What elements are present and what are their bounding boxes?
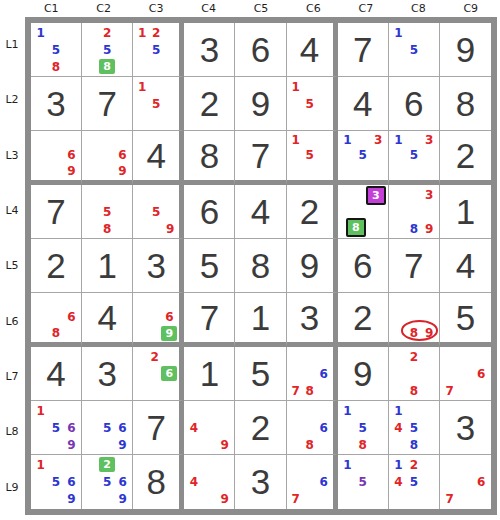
candidate-grid: 89 — [391, 294, 437, 341]
candidate-slot-2 — [303, 402, 317, 419]
column-labels: C1C2C3C4C5C6C7C8C9 — [25, 0, 497, 17]
cell-L3C1[interactable]: 69 — [31, 131, 82, 185]
cell-L7C5[interactable]: 5 — [235, 347, 286, 401]
solved-digit: 3 — [31, 77, 81, 130]
solved-digit: 2 — [184, 77, 234, 130]
candidate-slot-3 — [422, 24, 437, 41]
candidate-6: 6 — [67, 476, 75, 488]
solved-digit: 1 — [235, 293, 285, 342]
cell-L1C2[interactable]: 258 — [82, 23, 133, 77]
cell-L8C4[interactable]: 49 — [184, 401, 235, 455]
cell-L5C2[interactable]: 1 — [82, 239, 133, 293]
cell-L5C7[interactable]: 6 — [338, 239, 389, 293]
cell-L6C6[interactable]: 3 — [287, 293, 338, 347]
candidate-slot-1 — [186, 456, 201, 473]
candidate-slot-3 — [422, 456, 437, 473]
candidate-6: 6 — [67, 311, 75, 323]
candidate-slot-8: 8 — [406, 325, 421, 341]
cell-L6C4[interactable]: 7 — [184, 293, 235, 347]
cell-L7C8[interactable]: 28 — [389, 347, 440, 401]
candidate-slot-7 — [391, 58, 406, 75]
candidate-5: 5 — [152, 206, 160, 218]
cell-L9C1[interactable]: 1569 — [31, 455, 82, 509]
candidate-slot-9: 9 — [217, 491, 232, 508]
candidate-grid: 69 — [135, 294, 177, 341]
cell-L6C8[interactable]: 89 — [389, 293, 440, 347]
candidate-grid: 67 — [442, 348, 489, 399]
cell-L7C3[interactable]: 26 — [133, 347, 184, 401]
cell-L3C3[interactable]: 4 — [133, 131, 184, 185]
candidate-slot-6 — [422, 203, 437, 220]
cell-L4C3[interactable]: 59 — [133, 185, 184, 239]
candidate-slot-7 — [84, 163, 99, 179]
highlighted-candidate-3: 3 — [366, 186, 386, 205]
candidate-slot-9: 9 — [217, 436, 232, 453]
candidate-slot-7 — [186, 436, 201, 453]
candidate-slot-9: 9 — [64, 436, 79, 453]
cell-L6C2[interactable]: 4 — [82, 293, 133, 347]
candidate-slot-6 — [64, 41, 79, 58]
candidate-grid: 68 — [289, 402, 331, 453]
candidate-slot-1 — [186, 402, 201, 419]
candidate-9: 9 — [221, 439, 229, 451]
cell-L8C1[interactable]: 1569 — [31, 401, 82, 455]
candidate-slot-5: 5 — [99, 473, 115, 490]
candidate-slot-2 — [48, 132, 63, 148]
cell-L3C8[interactable]: 135 — [389, 131, 440, 185]
candidate-4: 4 — [190, 476, 198, 488]
solved-digit: 4 — [31, 347, 81, 400]
highlighted-candidate-8: 8 — [346, 218, 366, 237]
candidate-1: 1 — [291, 81, 299, 93]
candidate-grid: 15 — [135, 78, 177, 129]
solved-digit: 9 — [440, 23, 491, 76]
candidate-slot-5 — [303, 419, 317, 436]
candidate-slot-2 — [202, 456, 217, 473]
candidate-slot-1: 1 — [340, 132, 355, 148]
candidate-slot-7 — [391, 325, 406, 341]
candidate-slot-6: 6 — [317, 473, 331, 490]
candidate-slot-3 — [317, 402, 331, 419]
cell-L9C8[interactable]: 1245 — [389, 455, 440, 509]
cell-L3C5[interactable]: 7 — [235, 131, 286, 185]
candidate-slot-2 — [406, 24, 421, 41]
candidate-5: 5 — [103, 422, 111, 434]
cell-L6C3[interactable]: 69 — [133, 293, 184, 347]
cell-L7C2[interactable]: 3 — [82, 347, 133, 401]
cell-L4C8[interactable]: 389 — [389, 185, 440, 239]
candidate-slot-8: 8 — [303, 436, 317, 453]
column-label-C4: C4 — [182, 0, 234, 17]
cell-L9C9[interactable]: 67 — [440, 455, 491, 509]
row-label-L7: L7 — [0, 349, 24, 404]
candidate-2: 2 — [410, 351, 418, 363]
candidate-slot-6 — [163, 41, 177, 58]
cell-L1C5[interactable]: 6 — [235, 23, 286, 77]
candidate-slot-7 — [135, 220, 149, 237]
cell-L9C4[interactable]: 49 — [184, 455, 235, 509]
candidate-slot-8: 8 — [303, 382, 317, 399]
candidate-6: 6 — [477, 368, 485, 380]
cell-L2C3[interactable]: 15 — [133, 77, 184, 131]
candidate-slot-7 — [391, 220, 406, 237]
candidate-slot-6 — [422, 365, 437, 382]
candidate-1: 1 — [394, 27, 402, 39]
cell-L5C9[interactable]: 4 — [440, 239, 491, 293]
candidate-1: 1 — [138, 81, 146, 93]
cell-L6C5[interactable]: 1 — [235, 293, 286, 347]
candidate-slot-2 — [148, 294, 161, 310]
cell-L8C6[interactable]: 68 — [287, 401, 338, 455]
candidate-slot-7: 7 — [442, 491, 458, 508]
candidate-slot-6: 6 — [473, 473, 489, 490]
candidate-7: 7 — [291, 385, 299, 397]
cell-L9C2[interactable]: 2569 — [82, 455, 133, 509]
candidate-slot-5 — [99, 148, 114, 164]
row-label-L1: L1 — [0, 17, 24, 72]
cell-L7C9[interactable]: 67 — [440, 347, 491, 401]
cell-L3C9[interactable]: 2 — [440, 131, 491, 185]
candidate-slot-6 — [317, 95, 331, 112]
candidate-slot-7 — [391, 436, 406, 453]
cell-L3C2[interactable]: 69 — [82, 131, 133, 185]
cell-L4C7[interactable]: 38 — [338, 185, 389, 239]
candidate-slot-3 — [64, 294, 79, 310]
candidate-slot-7 — [340, 491, 355, 508]
cell-L2C9[interactable]: 8 — [440, 77, 491, 131]
candidate-grid: 49 — [186, 456, 232, 508]
column-label-C1: C1 — [25, 0, 77, 17]
solved-digit: 3 — [235, 455, 285, 509]
candidate-slot-8 — [458, 382, 474, 399]
candidate-slot-6 — [163, 203, 177, 220]
candidate-slot-9 — [317, 491, 331, 508]
solved-digit: 9 — [338, 347, 388, 400]
solved-digit: 7 — [389, 239, 439, 292]
candidate-slot-1 — [135, 186, 149, 203]
candidate-grid: 569 — [84, 402, 130, 453]
candidate-slot-9: 9 — [161, 325, 177, 341]
cell-L9C3[interactable]: 8 — [133, 455, 184, 509]
cell-L2C6[interactable]: 15 — [287, 77, 338, 131]
cell-L1C4[interactable]: 3 — [184, 23, 235, 77]
candidate-slot-4 — [33, 473, 48, 490]
candidate-slot-6 — [317, 148, 331, 164]
candidate-8: 8 — [410, 439, 418, 451]
candidate-grid: 67 — [289, 456, 331, 508]
candidate-grid: 38 — [340, 186, 386, 237]
candidate-slot-7: 7 — [289, 491, 303, 508]
candidate-slot-8 — [303, 163, 317, 179]
candidate-grid: 389 — [391, 186, 437, 237]
candidate-2: 2 — [151, 351, 159, 363]
candidate-6: 6 — [477, 476, 485, 488]
candidate-slot-8: 8 — [48, 325, 63, 341]
solved-digit: 7 — [235, 131, 285, 180]
candidate-slot-1: 1 — [289, 132, 303, 148]
candidate-grid: 28 — [391, 348, 437, 399]
candidate-slot-8 — [303, 491, 317, 508]
candidate-slot-9 — [422, 436, 437, 453]
cell-L4C6[interactable]: 2 — [287, 185, 338, 239]
candidate-grid: 158 — [33, 24, 79, 75]
solved-digit: 4 — [338, 77, 388, 130]
cell-L2C5[interactable]: 9 — [235, 77, 286, 131]
candidate-3: 3 — [374, 134, 382, 146]
cell-L4C2[interactable]: 58 — [82, 185, 133, 239]
cell-L1C7[interactable]: 7 — [338, 23, 389, 77]
candidate-slot-9 — [422, 163, 437, 179]
candidate-slot-4 — [33, 310, 48, 326]
cell-L6C1[interactable]: 68 — [31, 293, 82, 347]
candidate-slot-6: 6 — [64, 148, 79, 164]
candidate-8: 8 — [359, 439, 367, 451]
candidate-slot-8 — [458, 491, 474, 508]
candidate-slot-1: 1 — [391, 132, 406, 148]
candidate-slot-5: 5 — [99, 41, 115, 58]
candidate-slot-5 — [406, 310, 421, 326]
cell-L4C1[interactable]: 7 — [31, 185, 82, 239]
candidate-slot-2 — [48, 24, 63, 41]
row-label-L4: L4 — [0, 183, 24, 238]
candidate-slot-1: 1 — [340, 456, 355, 473]
candidate-slot-6 — [422, 148, 437, 164]
candidate-slot-2: 2 — [406, 456, 421, 473]
cell-L7C1[interactable]: 4 — [31, 347, 82, 401]
candidate-5: 5 — [103, 476, 111, 488]
candidate-slot-2 — [458, 348, 474, 365]
candidate-9: 9 — [119, 493, 127, 505]
candidate-6: 6 — [118, 422, 126, 434]
cell-L5C4[interactable]: 5 — [184, 239, 235, 293]
candidate-slot-9: 9 — [163, 220, 177, 237]
candidate-1: 1 — [343, 459, 351, 471]
cell-L8C8[interactable]: 1458 — [389, 401, 440, 455]
candidate-5: 5 — [152, 44, 160, 56]
candidate-slot-7 — [84, 58, 99, 75]
solved-digit: 7 — [184, 293, 234, 342]
candidate-slot-7 — [135, 58, 149, 75]
candidate-slot-1: 1 — [33, 456, 48, 473]
solved-digit: 1 — [184, 347, 234, 400]
candidate-slot-2 — [406, 294, 421, 310]
cell-L9C6[interactable]: 67 — [287, 455, 338, 509]
cell-L7C6[interactable]: 678 — [287, 347, 338, 401]
solved-digit: 8 — [235, 239, 285, 292]
cell-L5C5[interactable]: 8 — [235, 239, 286, 293]
candidate-slot-5: 5 — [406, 41, 421, 58]
candidate-6: 6 — [67, 422, 75, 434]
candidate-slot-1: 1 — [135, 24, 149, 41]
column-label-C8: C8 — [392, 0, 444, 17]
candidate-slot-6 — [217, 473, 232, 490]
candidate-slot-3: 3 — [370, 132, 385, 148]
candidate-slot-8: 8 — [48, 58, 63, 75]
candidate-slot-6: 6 — [115, 419, 130, 436]
candidate-5: 5 — [305, 98, 313, 110]
cell-L2C8[interactable]: 6 — [389, 77, 440, 131]
candidate-slot-2 — [149, 78, 163, 95]
candidate-1: 1 — [394, 405, 402, 417]
cell-L3C6[interactable]: 15 — [287, 131, 338, 185]
candidate-slot-1: 1 — [391, 456, 406, 473]
candidate-slot-6 — [422, 473, 437, 490]
solved-digit: 5 — [184, 239, 234, 292]
cell-L8C9[interactable]: 3 — [440, 401, 491, 455]
candidate-8: 8 — [410, 385, 418, 397]
candidate-slot-8: 8 — [406, 436, 421, 453]
candidate-slot-6: 6 — [115, 148, 130, 164]
cell-L8C5[interactable]: 2 — [235, 401, 286, 455]
candidate-grid: 59 — [135, 186, 177, 237]
row-label-L9: L9 — [0, 460, 24, 515]
cell-L5C8[interactable]: 7 — [389, 239, 440, 293]
candidate-slot-4 — [391, 365, 406, 382]
candidate-slot-9: 9 — [64, 163, 79, 179]
cell-L1C3[interactable]: 125 — [133, 23, 184, 77]
candidate-slot-8 — [48, 163, 63, 179]
candidate-4: 4 — [394, 476, 402, 488]
cell-L3C4[interactable]: 8 — [184, 131, 235, 185]
candidate-slot-1 — [84, 24, 99, 41]
cell-L2C1[interactable]: 3 — [31, 77, 82, 131]
cell-L5C1[interactable]: 2 — [31, 239, 82, 293]
candidate-slot-5 — [303, 365, 317, 382]
cell-L8C7[interactable]: 158 — [338, 401, 389, 455]
candidate-slot-9 — [422, 382, 437, 399]
candidate-slot-5: 5 — [48, 473, 63, 490]
candidate-6: 6 — [119, 476, 127, 488]
candidate-5: 5 — [359, 149, 367, 161]
candidate-slot-4 — [289, 473, 303, 490]
candidate-slot-2 — [48, 294, 63, 310]
cell-L5C3[interactable]: 3 — [133, 239, 184, 293]
highlighted-candidate-6: 6 — [161, 366, 177, 381]
cell-L3C7[interactable]: 135 — [338, 131, 389, 185]
column-label-C6: C6 — [287, 0, 339, 17]
candidate-slot-4 — [84, 473, 99, 490]
candidate-slot-7: 7 — [289, 382, 303, 399]
cell-L2C7[interactable]: 4 — [338, 77, 389, 131]
candidate-slot-4: 4 — [391, 473, 406, 490]
solved-digit: 3 — [82, 347, 132, 400]
candidate-slot-2 — [406, 132, 421, 148]
cell-L6C7[interactable]: 2 — [338, 293, 389, 347]
candidate-slot-6 — [115, 41, 130, 58]
cell-L4C5[interactable]: 4 — [235, 185, 286, 239]
candidate-slot-9 — [64, 325, 79, 341]
candidate-slot-4: 4 — [391, 419, 406, 436]
cell-L9C5[interactable]: 3 — [235, 455, 286, 509]
candidate-slot-3 — [64, 456, 79, 473]
candidate-slot-3: 3 — [422, 186, 437, 203]
candidate-slot-5: 5 — [406, 473, 421, 490]
candidate-slot-2 — [48, 402, 63, 419]
candidate-slot-4 — [135, 203, 149, 220]
candidate-slot-5: 5 — [355, 148, 370, 164]
candidate-slot-9 — [163, 112, 177, 129]
candidate-5: 5 — [359, 476, 367, 488]
cell-L9C7[interactable]: 15 — [338, 455, 389, 509]
cell-L2C4[interactable]: 2 — [184, 77, 235, 131]
solved-digit: 3 — [184, 23, 234, 76]
candidate-slot-3 — [163, 186, 177, 203]
candidate-grid: 69 — [33, 132, 79, 179]
candidate-slot-2 — [48, 456, 63, 473]
cell-L8C2[interactable]: 569 — [82, 401, 133, 455]
solved-digit: 9 — [287, 239, 333, 292]
candidate-slot-9 — [115, 58, 130, 75]
row-label-L8: L8 — [0, 404, 24, 459]
candidate-slot-4 — [340, 419, 355, 436]
candidate-slot-4 — [289, 365, 303, 382]
cell-L4C9[interactable]: 1 — [440, 185, 491, 239]
cell-L7C4[interactable]: 1 — [184, 347, 235, 401]
candidate-slot-4: 4 — [186, 473, 201, 490]
candidate-slot-6: 6 — [317, 419, 331, 436]
candidate-1: 1 — [394, 459, 402, 471]
cell-L1C6[interactable]: 4 — [287, 23, 338, 77]
candidate-5: 5 — [410, 422, 418, 434]
candidate-slot-8: 8 — [99, 220, 114, 237]
candidate-slot-3 — [163, 24, 177, 41]
candidate-slot-4 — [84, 203, 99, 220]
cell-L8C3[interactable]: 7 — [133, 401, 184, 455]
candidate-slot-9 — [370, 491, 385, 508]
candidate-slot-5: 5 — [99, 419, 114, 436]
candidate-slot-5: 5 — [303, 95, 317, 112]
candidate-slot-9 — [317, 436, 331, 453]
cell-L6C9[interactable]: 5 — [440, 293, 491, 347]
cell-L5C6[interactable]: 9 — [287, 239, 338, 293]
cell-L1C9[interactable]: 9 — [440, 23, 491, 77]
candidate-slot-3 — [317, 456, 331, 473]
candidate-6: 6 — [165, 311, 173, 323]
candidate-5: 5 — [52, 422, 60, 434]
candidate-grid: 258 — [84, 24, 130, 75]
candidate-3: 3 — [425, 189, 433, 201]
candidate-slot-1 — [135, 348, 148, 365]
cell-L1C8[interactable]: 15 — [389, 23, 440, 77]
candidate-slot-5: 5 — [48, 41, 63, 58]
column-label-C2: C2 — [77, 0, 129, 17]
cell-L2C2[interactable]: 7 — [82, 77, 133, 131]
cell-L7C7[interactable]: 9 — [338, 347, 389, 401]
candidate-slot-2: 2 — [148, 348, 161, 365]
candidate-slot-9: 9 — [422, 220, 437, 237]
candidate-slot-8 — [149, 220, 163, 237]
candidate-slot-3 — [161, 294, 177, 310]
cell-L1C1[interactable]: 158 — [31, 23, 82, 77]
candidate-slot-8 — [48, 436, 63, 453]
candidate-slot-3 — [370, 456, 385, 473]
candidate-grid: 49 — [186, 402, 232, 453]
candidate-slot-7 — [33, 436, 48, 453]
candidate-slot-3 — [473, 456, 489, 473]
candidate-slot-8 — [99, 491, 115, 508]
candidate-grid: 69 — [84, 132, 130, 179]
candidate-1: 1 — [394, 134, 402, 146]
candidate-slot-2 — [149, 186, 163, 203]
solved-digit: 7 — [82, 77, 132, 130]
candidate-6: 6 — [319, 422, 327, 434]
candidate-slot-1: 1 — [340, 402, 355, 419]
candidate-slot-4 — [33, 148, 48, 164]
candidate-5: 5 — [410, 476, 418, 488]
candidate-slot-2 — [346, 186, 366, 205]
cell-L4C4[interactable]: 6 — [184, 185, 235, 239]
candidate-slot-2 — [355, 402, 370, 419]
